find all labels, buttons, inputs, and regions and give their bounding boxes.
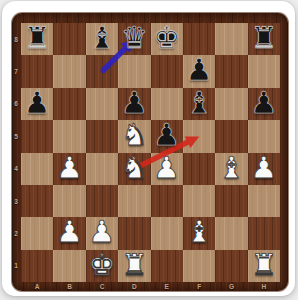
square-c3[interactable]: [86, 185, 118, 217]
square-g5[interactable]: [215, 120, 247, 152]
square-b5[interactable]: [53, 120, 85, 152]
file-label: G: [215, 282, 247, 291]
square-f1[interactable]: [183, 250, 215, 282]
square-g1[interactable]: [215, 250, 247, 282]
square-d8[interactable]: ♛: [118, 23, 150, 55]
rank-label: 4: [12, 153, 21, 185]
square-a7[interactable]: [21, 55, 53, 87]
square-c8[interactable]: ♝: [86, 23, 118, 55]
piece-black-king[interactable]: ♚: [153, 22, 180, 54]
square-f6[interactable]: ♝: [183, 88, 215, 120]
rank-label: 3: [12, 185, 21, 217]
piece-white-rook[interactable]: ♜: [121, 249, 148, 281]
square-c6[interactable]: [86, 88, 118, 120]
square-c2[interactable]: ♟: [86, 217, 118, 249]
square-a5[interactable]: [21, 120, 53, 152]
piece-black-pawn[interactable]: ♟: [186, 54, 213, 86]
square-f4[interactable]: [183, 153, 215, 185]
square-h5[interactable]: [248, 120, 280, 152]
file-label: C: [86, 282, 118, 291]
file-label: F: [183, 282, 215, 291]
square-a8[interactable]: ♜: [21, 23, 53, 55]
square-e8[interactable]: ♚: [151, 23, 183, 55]
square-b8[interactable]: [53, 23, 85, 55]
square-g6[interactable]: [215, 88, 247, 120]
rank-label: 1: [12, 250, 21, 282]
square-a6[interactable]: ♟: [21, 88, 53, 120]
square-c7[interactable]: [86, 55, 118, 87]
piece-white-pawn[interactable]: ♟: [56, 152, 83, 184]
square-g2[interactable]: [215, 217, 247, 249]
square-h3[interactable]: [248, 185, 280, 217]
square-h4[interactable]: ♟: [248, 153, 280, 185]
square-h8[interactable]: ♜: [248, 23, 280, 55]
square-h6[interactable]: ♟: [248, 88, 280, 120]
piece-black-rook[interactable]: ♜: [24, 22, 51, 54]
piece-white-king[interactable]: ♚: [89, 249, 116, 281]
piece-black-pawn[interactable]: ♟: [153, 119, 180, 151]
square-d7[interactable]: [118, 55, 150, 87]
rank-label: 5: [12, 120, 21, 152]
square-f2[interactable]: ♝: [183, 217, 215, 249]
square-d1[interactable]: ♜: [118, 250, 150, 282]
rank-labels: 87654321: [12, 23, 21, 282]
piece-white-pawn[interactable]: ♟: [89, 216, 116, 248]
square-b2[interactable]: ♟: [53, 217, 85, 249]
square-e3[interactable]: [151, 185, 183, 217]
square-g7[interactable]: [215, 55, 247, 87]
square-g4[interactable]: ♝: [215, 153, 247, 185]
piece-white-pawn[interactable]: ♟: [56, 216, 83, 248]
square-d3[interactable]: [118, 185, 150, 217]
file-label: H: [248, 282, 280, 291]
piece-black-rook[interactable]: ♜: [250, 22, 277, 54]
rank-label: 7: [12, 55, 21, 87]
square-g3[interactable]: [215, 185, 247, 217]
piece-white-knight[interactable]: ♞: [121, 119, 148, 151]
square-f8[interactable]: [183, 23, 215, 55]
rank-label: 8: [12, 23, 21, 55]
square-g8[interactable]: [215, 23, 247, 55]
piece-white-rook[interactable]: ♜: [250, 249, 277, 281]
piece-black-pawn[interactable]: ♟: [24, 87, 51, 119]
piece-black-bishop[interactable]: ♝: [186, 87, 213, 119]
piece-white-pawn[interactable]: ♟: [250, 152, 277, 184]
rank-label: 2: [12, 217, 21, 249]
square-b7[interactable]: [53, 55, 85, 87]
file-label: D: [118, 282, 150, 291]
piece-black-pawn[interactable]: ♟: [121, 87, 148, 119]
board-card: 87654321 ABCDEFGH ♜♝♛♚♜♟♟♟♝♟♞♟♟♞♟♝♟♟♟♝♚♜…: [2, 1, 295, 296]
file-labels: ABCDEFGH: [21, 282, 280, 291]
square-f7[interactable]: ♟: [183, 55, 215, 87]
square-e7[interactable]: [151, 55, 183, 87]
file-label: A: [21, 282, 53, 291]
square-b1[interactable]: [53, 250, 85, 282]
square-f3[interactable]: [183, 185, 215, 217]
square-d4[interactable]: ♞: [118, 153, 150, 185]
square-e2[interactable]: [151, 217, 183, 249]
square-b3[interactable]: [53, 185, 85, 217]
square-c4[interactable]: [86, 153, 118, 185]
piece-white-knight[interactable]: ♞: [121, 152, 148, 184]
square-d2[interactable]: [118, 217, 150, 249]
file-label: B: [53, 282, 85, 291]
square-d5[interactable]: ♞: [118, 120, 150, 152]
square-e4[interactable]: ♟: [151, 153, 183, 185]
square-c5[interactable]: [86, 120, 118, 152]
square-a2[interactable]: [21, 217, 53, 249]
chess-board[interactable]: ♜♝♛♚♜♟♟♟♝♟♞♟♟♞♟♝♟♟♟♝♚♜♜: [21, 23, 280, 282]
square-f5[interactable]: [183, 120, 215, 152]
square-e5[interactable]: ♟: [151, 120, 183, 152]
square-b6[interactable]: [53, 88, 85, 120]
piece-black-queen[interactable]: ♛: [121, 22, 148, 54]
piece-white-pawn[interactable]: ♟: [153, 152, 180, 184]
square-c1[interactable]: ♚: [86, 250, 118, 282]
file-label: E: [151, 282, 183, 291]
square-d6[interactable]: ♟: [118, 88, 150, 120]
rank-label: 6: [12, 88, 21, 120]
square-a4[interactable]: [21, 153, 53, 185]
square-h7[interactable]: [248, 55, 280, 87]
piece-white-bishop[interactable]: ♝: [186, 216, 213, 248]
square-e1[interactable]: [151, 250, 183, 282]
square-a1[interactable]: [21, 250, 53, 282]
square-h1[interactable]: ♜: [248, 250, 280, 282]
square-a3[interactable]: [21, 185, 53, 217]
piece-black-bishop[interactable]: ♝: [89, 22, 116, 54]
square-e6[interactable]: [151, 88, 183, 120]
piece-white-bishop[interactable]: ♝: [218, 152, 245, 184]
piece-black-pawn[interactable]: ♟: [250, 87, 277, 119]
square-h2[interactable]: [248, 217, 280, 249]
square-b4[interactable]: ♟: [53, 153, 85, 185]
